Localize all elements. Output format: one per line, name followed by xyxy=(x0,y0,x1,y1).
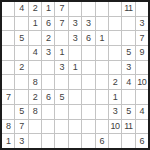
cell-r5c10[interactable]: 3 xyxy=(122,61,134,75)
cell-r1c11[interactable] xyxy=(136,2,148,16)
cell-r8c4[interactable] xyxy=(42,105,54,119)
cell-r7c9[interactable]: 1 xyxy=(109,90,121,104)
cell-r5c9[interactable] xyxy=(109,61,121,75)
cell-r9c8[interactable] xyxy=(96,120,108,134)
cell-r5c11[interactable] xyxy=(136,61,148,75)
cell-r8c9[interactable]: 3 xyxy=(109,105,121,119)
cell-r10c5[interactable] xyxy=(55,134,67,148)
cell-r2c7[interactable]: 3 xyxy=(82,17,94,31)
puzzle-board: 4217111673335236174315923138241072651583… xyxy=(0,0,150,150)
cell-r3c10[interactable] xyxy=(122,31,134,45)
cell-r4c9[interactable] xyxy=(109,46,121,60)
cell-r3c11[interactable]: 7 xyxy=(136,31,148,45)
cell-r9c4[interactable] xyxy=(42,120,54,134)
cell-r2c10[interactable] xyxy=(122,17,134,31)
cell-r8c1[interactable] xyxy=(2,105,14,119)
cell-r7c3[interactable]: 2 xyxy=(29,90,41,104)
cell-r5c7[interactable] xyxy=(82,61,94,75)
cell-r8c8[interactable] xyxy=(96,105,108,119)
cell-r1c3[interactable]: 2 xyxy=(29,2,41,16)
cell-r3c5[interactable] xyxy=(55,31,67,45)
cell-r4c8[interactable] xyxy=(96,46,108,60)
cell-r9c1[interactable]: 8 xyxy=(2,120,14,134)
cell-r7c7[interactable] xyxy=(82,90,94,104)
cell-r7c1[interactable]: 7 xyxy=(2,90,14,104)
cell-r2c4[interactable]: 6 xyxy=(42,17,54,31)
cell-r7c5[interactable]: 5 xyxy=(55,90,67,104)
cell-r5c4[interactable] xyxy=(42,61,54,75)
cell-r6c8[interactable] xyxy=(96,75,108,89)
cell-r8c7[interactable] xyxy=(82,105,94,119)
cell-r5c6[interactable]: 1 xyxy=(69,61,81,75)
cell-r4c4[interactable]: 3 xyxy=(42,46,54,60)
cell-r9c7[interactable] xyxy=(82,120,94,134)
cell-r9c3[interactable] xyxy=(29,120,41,134)
cell-r9c2[interactable]: 7 xyxy=(15,120,27,134)
cell-r10c6[interactable] xyxy=(69,134,81,148)
cell-r10c4[interactable] xyxy=(42,134,54,148)
cell-r6c3[interactable]: 8 xyxy=(29,75,41,89)
cell-r6c9[interactable]: 2 xyxy=(109,75,121,89)
cell-r10c9[interactable] xyxy=(109,134,121,148)
cell-r4c10[interactable]: 5 xyxy=(122,46,134,60)
cell-r4c6[interactable] xyxy=(69,46,81,60)
cell-r2c9[interactable] xyxy=(109,17,121,31)
cell-r10c7[interactable] xyxy=(82,134,94,148)
cell-r5c8[interactable] xyxy=(96,61,108,75)
cell-r3c2[interactable]: 5 xyxy=(15,31,27,45)
cell-r7c10[interactable] xyxy=(122,90,134,104)
cell-r3c7[interactable]: 6 xyxy=(82,31,94,45)
cell-r4c7[interactable] xyxy=(82,46,94,60)
cell-r1c9[interactable] xyxy=(109,2,121,16)
cell-r1c7[interactable] xyxy=(82,2,94,16)
cell-r7c4[interactable]: 6 xyxy=(42,90,54,104)
cell-r6c10[interactable]: 4 xyxy=(122,75,134,89)
cell-r4c5[interactable]: 1 xyxy=(55,46,67,60)
cell-r7c6[interactable] xyxy=(69,90,81,104)
cell-r10c10[interactable] xyxy=(122,134,134,148)
cell-r8c5[interactable] xyxy=(55,105,67,119)
cell-r6c5[interactable] xyxy=(55,75,67,89)
cell-r5c5[interactable]: 3 xyxy=(55,61,67,75)
cell-r2c5[interactable]: 7 xyxy=(55,17,67,31)
cell-r10c2[interactable]: 3 xyxy=(15,134,27,148)
cell-r6c6[interactable] xyxy=(69,75,81,89)
cell-r1c6[interactable] xyxy=(69,2,81,16)
cell-r9c6[interactable] xyxy=(69,120,81,134)
cell-r7c11[interactable] xyxy=(136,90,148,104)
cell-r10c3[interactable] xyxy=(29,134,41,148)
cell-r4c11[interactable]: 9 xyxy=(136,46,148,60)
cell-r1c5[interactable]: 7 xyxy=(55,2,67,16)
cell-r9c11[interactable] xyxy=(136,120,148,134)
cell-r9c9[interactable]: 10 xyxy=(109,120,121,134)
cell-r4c3[interactable]: 4 xyxy=(29,46,41,60)
cell-r8c10[interactable]: 5 xyxy=(122,105,134,119)
cell-r10c11[interactable]: 6 xyxy=(136,134,148,148)
cell-r4c1[interactable] xyxy=(2,46,14,60)
cell-r2c8[interactable] xyxy=(96,17,108,31)
cell-r7c8[interactable] xyxy=(96,90,108,104)
cell-r3c3[interactable] xyxy=(29,31,41,45)
cell-r4c2[interactable] xyxy=(15,46,27,60)
cell-r1c10[interactable]: 11 xyxy=(122,2,134,16)
cell-r1c1[interactable] xyxy=(2,2,14,16)
cell-r1c4[interactable]: 1 xyxy=(42,2,54,16)
cell-r1c8[interactable] xyxy=(96,2,108,16)
cell-r8c11[interactable]: 4 xyxy=(136,105,148,119)
cell-r5c3[interactable] xyxy=(29,61,41,75)
cell-r6c1[interactable] xyxy=(2,75,14,89)
cell-r8c6[interactable] xyxy=(69,105,81,119)
cell-r10c8[interactable]: 6 xyxy=(96,134,108,148)
cell-r6c11[interactable]: 10 xyxy=(136,75,148,89)
cell-r3c4[interactable]: 2 xyxy=(42,31,54,45)
cell-r6c4[interactable] xyxy=(42,75,54,89)
cell-r6c7[interactable] xyxy=(82,75,94,89)
cell-r2c6[interactable]: 3 xyxy=(69,17,81,31)
cell-r2c11[interactable]: 3 xyxy=(136,17,148,31)
cell-r2c3[interactable]: 1 xyxy=(29,17,41,31)
cell-r9c5[interactable] xyxy=(55,120,67,134)
cell-r7c2[interactable] xyxy=(15,90,27,104)
cell-r3c6[interactable]: 3 xyxy=(69,31,81,45)
cell-r5c1[interactable] xyxy=(2,61,14,75)
cell-r3c8[interactable]: 1 xyxy=(96,31,108,45)
cell-r8c2[interactable]: 5 xyxy=(15,105,27,119)
cell-r9c10[interactable]: 11 xyxy=(122,120,134,134)
cell-r2c2[interactable] xyxy=(15,17,27,31)
cell-r5c2[interactable]: 2 xyxy=(15,61,27,75)
cell-r3c1[interactable] xyxy=(2,31,14,45)
cell-r3c9[interactable] xyxy=(109,31,121,45)
cell-r10c1[interactable]: 1 xyxy=(2,134,14,148)
cell-r8c3[interactable]: 8 xyxy=(29,105,41,119)
cell-r6c2[interactable] xyxy=(15,75,27,89)
cell-r1c2[interactable]: 4 xyxy=(15,2,27,16)
cell-r2c1[interactable] xyxy=(2,17,14,31)
